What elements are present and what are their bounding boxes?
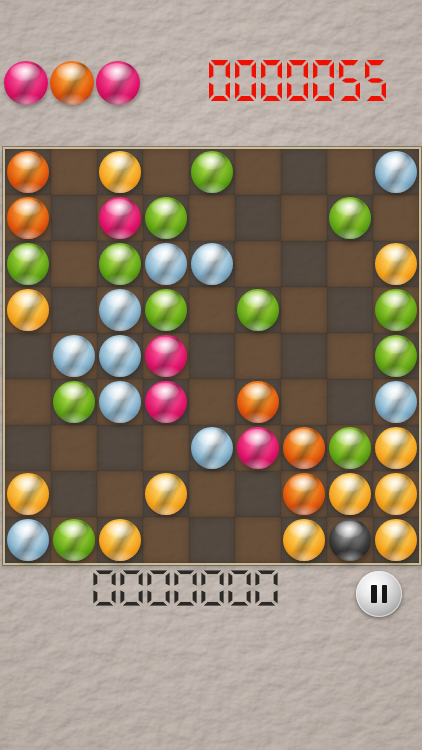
balls-layer [5,149,419,563]
next-ball-orange [50,61,94,105]
ball-blue[interactable] [145,243,187,285]
ball-pink[interactable] [145,381,187,423]
seg-digit [147,570,170,606]
seg-digit [339,60,360,101]
seg-digit [261,60,282,101]
ball-yellow[interactable] [375,243,417,285]
ball-green[interactable] [329,427,371,469]
seg-digit [174,570,197,606]
ball-blue[interactable] [7,519,49,561]
ball-orange[interactable] [283,427,325,469]
seg-digit [313,60,334,101]
ball-blue[interactable] [99,289,141,331]
ball-green[interactable] [145,197,187,239]
seg-digit [209,60,230,101]
ball-pink[interactable] [99,197,141,239]
ball-blue[interactable] [99,335,141,377]
ball-yellow[interactable] [283,519,325,561]
ball-yellow[interactable] [375,473,417,515]
ball-blue[interactable] [99,381,141,423]
ball-blue[interactable] [375,381,417,423]
ball-pink[interactable] [237,427,279,469]
score-display [209,60,386,101]
seg-digit [228,570,251,606]
seg-digit [201,570,224,606]
ball-green[interactable] [329,197,371,239]
ball-yellow[interactable] [329,473,371,515]
ball-blue[interactable] [191,427,233,469]
ball-green[interactable] [53,381,95,423]
game-screen [0,0,422,750]
seg-digit [235,60,256,101]
ball-green[interactable] [7,243,49,285]
ball-orange[interactable] [237,381,279,423]
seg-digit [93,570,116,606]
ball-green[interactable] [375,335,417,377]
ball-green[interactable] [375,289,417,331]
seg-digit [120,570,143,606]
ball-orange[interactable] [7,197,49,239]
ball-blue[interactable] [375,151,417,193]
ball-blue[interactable] [191,243,233,285]
ball-pink[interactable] [145,335,187,377]
pause-icon [371,585,387,603]
ball-green[interactable] [99,243,141,285]
ball-yellow[interactable] [375,427,417,469]
ball-yellow[interactable] [7,473,49,515]
ball-green[interactable] [145,289,187,331]
next-ball-pink [4,61,48,105]
next-ball-pink [96,61,140,105]
move-counter [93,570,278,606]
ball-yellow[interactable] [99,519,141,561]
next-balls-tray [4,61,140,105]
ball-black[interactable] [329,519,371,561]
pause-button[interactable] [356,571,402,617]
game-board [3,147,421,565]
ball-yellow[interactable] [7,289,49,331]
ball-green[interactable] [237,289,279,331]
ball-yellow[interactable] [145,473,187,515]
ball-green[interactable] [53,519,95,561]
pause-bar [371,585,377,603]
seg-digit [287,60,308,101]
ball-orange[interactable] [283,473,325,515]
seg-digit [365,60,386,101]
ball-green[interactable] [191,151,233,193]
ball-yellow[interactable] [375,519,417,561]
ball-orange[interactable] [7,151,49,193]
ball-blue[interactable] [53,335,95,377]
ball-yellow[interactable] [99,151,141,193]
seg-digit [255,570,278,606]
pause-bar [382,585,388,603]
